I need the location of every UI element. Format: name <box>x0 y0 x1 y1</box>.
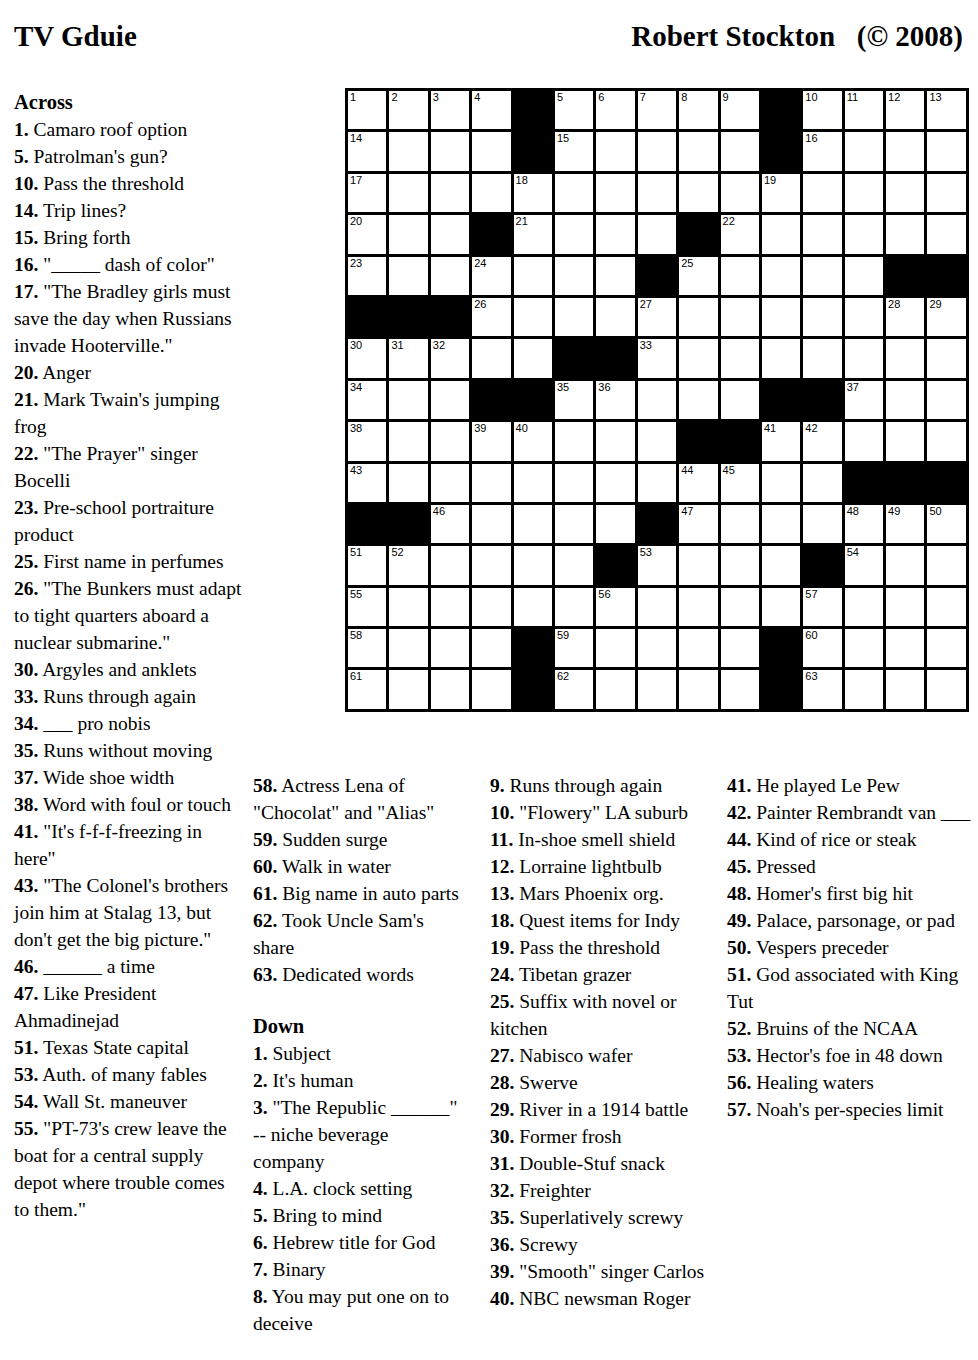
clue-across-43: 43. "The Colonel's brothers join him at … <box>14 872 244 953</box>
cell-number: 52 <box>391 546 403 559</box>
cell-r13c15[interactable] <box>927 588 965 626</box>
cell-r4c8[interactable] <box>638 215 676 253</box>
cell-r8c7[interactable]: 36 <box>596 381 634 419</box>
cell-number: 7 <box>640 91 646 104</box>
clue-across-17: 17. "The Bradley girls must save the day… <box>14 278 244 359</box>
cell-r13c2[interactable] <box>389 588 427 626</box>
cell-r15c4[interactable] <box>472 670 510 708</box>
cell-r12c1[interactable]: 51 <box>348 546 386 584</box>
cell-r6c7[interactable] <box>596 298 634 336</box>
cell-r5c12[interactable] <box>803 257 841 295</box>
clue-number: 51. <box>14 1037 38 1058</box>
clue-number: 61. <box>253 883 277 904</box>
down-clues-41-57: 41. He played Le Pew42. Painter Rembrand… <box>727 772 977 1123</box>
cell-r7c11[interactable] <box>762 339 800 377</box>
cell-r15c9[interactable] <box>679 670 717 708</box>
cell-r11c12[interactable] <box>803 505 841 543</box>
cell-r13c10[interactable] <box>721 588 759 626</box>
cell-r5c4[interactable]: 24 <box>472 257 510 295</box>
cell-r7c12[interactable] <box>803 339 841 377</box>
cell-r14c2[interactable] <box>389 629 427 667</box>
cell-r12c2[interactable]: 52 <box>389 546 427 584</box>
cell-r14c12[interactable]: 60 <box>803 629 841 667</box>
clue-across-38: 38. Word with foul or touch <box>14 791 244 818</box>
cell-r6c5[interactable] <box>514 298 552 336</box>
cell-r3c1[interactable]: 17 <box>348 174 386 212</box>
clue-number: 35. <box>14 740 38 761</box>
cell-r14c6[interactable]: 59 <box>555 629 593 667</box>
cell-r10c12[interactable] <box>803 464 841 502</box>
clue-number: 26. <box>14 578 38 599</box>
cell-number: 27 <box>640 298 652 311</box>
clue-number: 13. <box>490 883 514 904</box>
clue-number: 51. <box>727 964 751 985</box>
cell-r12c3[interactable] <box>431 546 469 584</box>
cell-r6c8[interactable]: 27 <box>638 298 676 336</box>
cell-r14c4[interactable] <box>472 629 510 667</box>
clue-across-34: 34. ___ pro nobis <box>14 710 244 737</box>
clue-number: 16. <box>14 254 38 275</box>
clue-number: 41. <box>14 821 38 842</box>
clue-number: 39. <box>490 1261 514 1282</box>
cell-r10c4[interactable] <box>472 464 510 502</box>
cell-r1c13[interactable]: 11 <box>845 91 883 129</box>
across-heading: Across <box>14 88 244 116</box>
cell-r5c11[interactable] <box>762 257 800 295</box>
cell-r14c15[interactable] <box>927 629 965 667</box>
cell-r9c5[interactable]: 40 <box>514 422 552 460</box>
clue-number: 6. <box>253 1232 268 1253</box>
cell-r11c15[interactable]: 50 <box>927 505 965 543</box>
cell-number: 17 <box>350 174 362 187</box>
cell-r13c12[interactable]: 57 <box>803 588 841 626</box>
cell-r3c6[interactable] <box>555 174 593 212</box>
black-cell-r10c13 <box>845 464 883 502</box>
cell-r13c11[interactable] <box>762 588 800 626</box>
down-clues-1-8: 1. Subject2. It's human3. "The Republic … <box>253 1040 459 1337</box>
cell-r2c15[interactable] <box>927 132 965 170</box>
cell-r5c10[interactable] <box>721 257 759 295</box>
clue-number: 25. <box>14 551 38 572</box>
clues-column-3: 9. Runs through again10. "Flowery" LA su… <box>490 772 718 1312</box>
cell-r2c14[interactable] <box>886 132 924 170</box>
cell-r3c8[interactable] <box>638 174 676 212</box>
clue-number: 63. <box>253 964 277 985</box>
clue-number: 5. <box>14 146 29 167</box>
cell-r3c13[interactable] <box>845 174 883 212</box>
clue-number: 46. <box>14 956 38 977</box>
clue-number: 41. <box>727 775 751 796</box>
cell-r13c1[interactable]: 55 <box>348 588 386 626</box>
cell-r10c5[interactable] <box>514 464 552 502</box>
cell-r10c9[interactable]: 44 <box>679 464 717 502</box>
across-clues-58-63: 58. Actress Lena of "Chocolat" and "Alia… <box>253 772 459 988</box>
cell-r15c8[interactable] <box>638 670 676 708</box>
cell-r15c3[interactable] <box>431 670 469 708</box>
cell-r7c1[interactable]: 30 <box>348 339 386 377</box>
cell-r10c8[interactable] <box>638 464 676 502</box>
cell-r11c6[interactable] <box>555 505 593 543</box>
cell-r14c14[interactable] <box>886 629 924 667</box>
cell-r11c3[interactable]: 46 <box>431 505 469 543</box>
clue-down-28: 28. Swerve <box>490 1069 718 1096</box>
cell-r13c13[interactable] <box>845 588 883 626</box>
cell-r2c4[interactable] <box>472 132 510 170</box>
cell-r12c5[interactable] <box>514 546 552 584</box>
cell-r13c3[interactable] <box>431 588 469 626</box>
cell-r15c2[interactable] <box>389 670 427 708</box>
cell-r8c1[interactable]: 34 <box>348 381 386 419</box>
cell-r15c13[interactable] <box>845 670 883 708</box>
cell-number: 18 <box>516 174 528 187</box>
cell-number: 35 <box>557 381 569 394</box>
cell-r6c14[interactable]: 28 <box>886 298 924 336</box>
cell-r3c2[interactable] <box>389 174 427 212</box>
clue-across-35: 35. Runs without moving <box>14 737 244 764</box>
cell-r6c6[interactable] <box>555 298 593 336</box>
clue-across-54: 54. Wall St. maneuver <box>14 1088 244 1115</box>
cell-r3c4[interactable] <box>472 174 510 212</box>
clue-number: 53. <box>14 1064 38 1085</box>
cell-number: 39 <box>474 422 486 435</box>
cell-r8c8[interactable] <box>638 381 676 419</box>
cell-r2c7[interactable] <box>596 132 634 170</box>
cell-r15c7[interactable] <box>596 670 634 708</box>
clue-number: 50. <box>727 937 751 958</box>
cell-r11c11[interactable] <box>762 505 800 543</box>
cell-r10c7[interactable] <box>596 464 634 502</box>
cell-r4c7[interactable] <box>596 215 634 253</box>
cell-r1c10[interactable]: 9 <box>721 91 759 129</box>
cell-r3c12[interactable] <box>803 174 841 212</box>
cell-r9c4[interactable]: 39 <box>472 422 510 460</box>
cell-r7c3[interactable]: 32 <box>431 339 469 377</box>
clue-across-63: 63. Dedicated words <box>253 961 459 988</box>
clue-number: 56. <box>727 1072 751 1093</box>
cell-r12c9[interactable] <box>679 546 717 584</box>
cell-r11c9[interactable]: 47 <box>679 505 717 543</box>
cell-r10c6[interactable] <box>555 464 593 502</box>
cell-r5c13[interactable] <box>845 257 883 295</box>
cell-r1c8[interactable]: 7 <box>638 91 676 129</box>
cell-r5c3[interactable] <box>431 257 469 295</box>
clue-across-53: 53. Auth. of many fables <box>14 1061 244 1088</box>
cell-r2c12[interactable]: 16 <box>803 132 841 170</box>
clue-number: 31. <box>490 1153 514 1174</box>
cell-r4c5[interactable]: 21 <box>514 215 552 253</box>
cell-r1c6[interactable]: 5 <box>555 91 593 129</box>
black-cell-r8c12 <box>803 381 841 419</box>
clue-number: 45. <box>727 856 751 877</box>
black-cell-r7c6 <box>555 339 593 377</box>
cell-r7c2[interactable]: 31 <box>389 339 427 377</box>
clue-across-46: 46. ______ a time <box>14 953 244 980</box>
cell-r14c7[interactable] <box>596 629 634 667</box>
cell-r5c2[interactable] <box>389 257 427 295</box>
cell-r2c3[interactable] <box>431 132 469 170</box>
cell-r8c14[interactable] <box>886 381 924 419</box>
cell-r14c10[interactable] <box>721 629 759 667</box>
cell-r3c15[interactable] <box>927 174 965 212</box>
cell-r8c13[interactable]: 37 <box>845 381 883 419</box>
cell-r14c9[interactable] <box>679 629 717 667</box>
clue-number: 28. <box>490 1072 514 1093</box>
puzzle-title: TV Gduie <box>14 20 137 53</box>
clue-across-14: 14. Trip lines? <box>14 197 244 224</box>
cell-r4c14[interactable] <box>886 215 924 253</box>
cell-r15c14[interactable] <box>886 670 924 708</box>
cell-r13c8[interactable] <box>638 588 676 626</box>
black-cell-r5c14 <box>886 257 924 295</box>
black-cell-r11c1 <box>348 505 386 543</box>
cell-r5c7[interactable] <box>596 257 634 295</box>
cell-r10c10[interactable]: 45 <box>721 464 759 502</box>
cell-r13c4[interactable] <box>472 588 510 626</box>
cell-r10c3[interactable] <box>431 464 469 502</box>
cell-r9c2[interactable] <box>389 422 427 460</box>
clue-across-20: 20. Anger <box>14 359 244 386</box>
clue-down-1: 1. Subject <box>253 1040 459 1067</box>
cell-r4c15[interactable] <box>927 215 965 253</box>
cell-number: 61 <box>350 670 362 683</box>
crossword-grid: 1234567891011121314151617181920212223242… <box>345 88 969 712</box>
cell-r11c5[interactable] <box>514 505 552 543</box>
clue-down-42: 42. Painter Rembrandt van ___ <box>727 799 977 826</box>
clue-number: 15. <box>14 227 38 248</box>
clue-number: 40. <box>490 1288 514 1309</box>
cell-r12c4[interactable] <box>472 546 510 584</box>
cell-r4c1[interactable]: 20 <box>348 215 386 253</box>
black-cell-r10c15 <box>927 464 965 502</box>
cell-r6c9[interactable] <box>679 298 717 336</box>
clue-number: 36. <box>490 1234 514 1255</box>
cell-r7c9[interactable] <box>679 339 717 377</box>
cell-number: 8 <box>681 91 687 104</box>
cell-r11c13[interactable]: 48 <box>845 505 883 543</box>
cell-r3c14[interactable] <box>886 174 924 212</box>
clue-across-61: 61. Big name in auto parts <box>253 880 459 907</box>
cell-r4c12[interactable] <box>803 215 841 253</box>
clue-down-12: 12. Lorraine lightbulb <box>490 853 718 880</box>
cell-number: 38 <box>350 422 362 435</box>
cell-r4c2[interactable] <box>389 215 427 253</box>
clue-across-25: 25. First name in perfumes <box>14 548 244 575</box>
cell-r14c13[interactable] <box>845 629 883 667</box>
cell-r5c6[interactable] <box>555 257 593 295</box>
clue-across-1: 1. Camaro roof option <box>14 116 244 143</box>
cell-r3c3[interactable] <box>431 174 469 212</box>
clue-down-9: 9. Runs through again <box>490 772 718 799</box>
cell-r9c13[interactable] <box>845 422 883 460</box>
cell-number: 10 <box>805 91 817 104</box>
cell-r3c7[interactable] <box>596 174 634 212</box>
cell-r12c6[interactable] <box>555 546 593 584</box>
cell-r15c15[interactable] <box>927 670 965 708</box>
cell-r8c2[interactable] <box>389 381 427 419</box>
cell-r1c12[interactable]: 10 <box>803 91 841 129</box>
cell-r1c3[interactable]: 3 <box>431 91 469 129</box>
cell-r7c10[interactable] <box>721 339 759 377</box>
cell-r6c12[interactable] <box>803 298 841 336</box>
cell-r1c7[interactable]: 6 <box>596 91 634 129</box>
clue-across-51: 51. Texas State capital <box>14 1034 244 1061</box>
cell-r2c1[interactable]: 14 <box>348 132 386 170</box>
cell-r12c13[interactable]: 54 <box>845 546 883 584</box>
cell-r13c5[interactable] <box>514 588 552 626</box>
cell-r11c4[interactable] <box>472 505 510 543</box>
cell-number: 37 <box>847 381 859 394</box>
clue-number: 1. <box>14 119 29 140</box>
cell-r1c15[interactable]: 13 <box>927 91 965 129</box>
cell-r14c8[interactable] <box>638 629 676 667</box>
cell-r3c9[interactable] <box>679 174 717 212</box>
cell-r4c6[interactable] <box>555 215 593 253</box>
cell-r8c15[interactable] <box>927 381 965 419</box>
cell-r11c7[interactable] <box>596 505 634 543</box>
clue-across-21: 21. Mark Twain's jumping frog <box>14 386 244 440</box>
cell-r2c8[interactable] <box>638 132 676 170</box>
cell-r7c5[interactable] <box>514 339 552 377</box>
black-cell-r1c11 <box>762 91 800 129</box>
clue-across-58: 58. Actress Lena of "Chocolat" and "Alia… <box>253 772 459 826</box>
cell-r15c6[interactable]: 62 <box>555 670 593 708</box>
cell-r14c3[interactable] <box>431 629 469 667</box>
clue-down-48: 48. Homer's first big hit <box>727 880 977 907</box>
cell-r9c7[interactable] <box>596 422 634 460</box>
cell-r8c10[interactable] <box>721 381 759 419</box>
cell-number: 3 <box>433 91 439 104</box>
clue-number: 7. <box>253 1259 268 1280</box>
clue-down-2: 2. It's human <box>253 1067 459 1094</box>
cell-number: 13 <box>929 91 941 104</box>
cell-number: 26 <box>474 298 486 311</box>
clue-number: 21. <box>14 389 38 410</box>
cell-r6c4[interactable]: 26 <box>472 298 510 336</box>
cell-r1c14[interactable]: 12 <box>886 91 924 129</box>
cell-r4c11[interactable] <box>762 215 800 253</box>
cell-r9c1[interactable]: 38 <box>348 422 386 460</box>
cell-r3c5[interactable]: 18 <box>514 174 552 212</box>
cell-r4c3[interactable] <box>431 215 469 253</box>
clue-down-29: 29. River in a 1914 battle <box>490 1096 718 1123</box>
clue-down-3: 3. "The Republic ______" -- niche bevera… <box>253 1094 459 1175</box>
cell-r6c15[interactable]: 29 <box>927 298 965 336</box>
cell-number: 60 <box>805 629 817 642</box>
cell-number: 50 <box>929 505 941 518</box>
cell-r9c11[interactable]: 41 <box>762 422 800 460</box>
cell-r7c13[interactable] <box>845 339 883 377</box>
cell-r1c2[interactable]: 2 <box>389 91 427 129</box>
cell-number: 36 <box>598 381 610 394</box>
cell-r12c14[interactable] <box>886 546 924 584</box>
cell-r6c13[interactable] <box>845 298 883 336</box>
cell-r9c6[interactable] <box>555 422 593 460</box>
cell-r2c2[interactable] <box>389 132 427 170</box>
cell-r13c7[interactable]: 56 <box>596 588 634 626</box>
cell-r6c10[interactable] <box>721 298 759 336</box>
cell-r15c1[interactable]: 61 <box>348 670 386 708</box>
cell-r9c8[interactable] <box>638 422 676 460</box>
cell-r1c9[interactable]: 8 <box>679 91 717 129</box>
cell-r7c4[interactable] <box>472 339 510 377</box>
cell-r13c9[interactable] <box>679 588 717 626</box>
cell-r7c8[interactable]: 33 <box>638 339 676 377</box>
cell-number: 56 <box>598 588 610 601</box>
clue-down-27: 27. Nabisco wafer <box>490 1042 718 1069</box>
cell-r10c2[interactable] <box>389 464 427 502</box>
cell-r14c1[interactable]: 58 <box>348 629 386 667</box>
cell-r12c10[interactable] <box>721 546 759 584</box>
cell-r2c13[interactable] <box>845 132 883 170</box>
clue-down-49: 49. Palace, parsonage, or pad <box>727 907 977 934</box>
cell-r10c1[interactable]: 43 <box>348 464 386 502</box>
cell-r5c9[interactable]: 25 <box>679 257 717 295</box>
cell-r4c10[interactable]: 22 <box>721 215 759 253</box>
cell-r5c1[interactable]: 23 <box>348 257 386 295</box>
cell-r8c3[interactable] <box>431 381 469 419</box>
cell-r10c11[interactable] <box>762 464 800 502</box>
clue-number: 2. <box>253 1070 268 1091</box>
cell-r2c10[interactable] <box>721 132 759 170</box>
cell-r13c6[interactable] <box>555 588 593 626</box>
cell-r9c15[interactable] <box>927 422 965 460</box>
cell-r15c12[interactable]: 63 <box>803 670 841 708</box>
cell-r2c6[interactable]: 15 <box>555 132 593 170</box>
cell-number: 11 <box>847 91 858 104</box>
cell-r4c13[interactable] <box>845 215 883 253</box>
cell-r11c10[interactable] <box>721 505 759 543</box>
clue-number: 42. <box>727 802 751 823</box>
cell-r6c11[interactable] <box>762 298 800 336</box>
down-heading: Down <box>253 1012 459 1040</box>
cell-r5c5[interactable] <box>514 257 552 295</box>
cell-r3c11[interactable]: 19 <box>762 174 800 212</box>
clue-down-8: 8. You may put one on to deceive <box>253 1283 459 1337</box>
cell-number: 44 <box>681 464 693 477</box>
cell-r1c1[interactable]: 1 <box>348 91 386 129</box>
clue-down-45: 45. Pressed <box>727 853 977 880</box>
clue-number: 27. <box>490 1045 514 1066</box>
black-cell-r10c14 <box>886 464 924 502</box>
clue-number: 29. <box>490 1099 514 1120</box>
cell-r7c15[interactable] <box>927 339 965 377</box>
cell-number: 20 <box>350 215 362 228</box>
black-cell-r11c2 <box>389 505 427 543</box>
cell-r7c14[interactable] <box>886 339 924 377</box>
cell-r15c10[interactable] <box>721 670 759 708</box>
cell-r12c15[interactable] <box>927 546 965 584</box>
cell-r13c14[interactable] <box>886 588 924 626</box>
black-cell-r5c15 <box>927 257 965 295</box>
cell-r1c4[interactable]: 4 <box>472 91 510 129</box>
cell-r9c12[interactable]: 42 <box>803 422 841 460</box>
black-cell-r5c8 <box>638 257 676 295</box>
cell-number: 19 <box>764 174 776 187</box>
cell-r3c10[interactable] <box>721 174 759 212</box>
cell-r2c9[interactable] <box>679 132 717 170</box>
cell-number: 42 <box>805 422 817 435</box>
cell-r9c3[interactable] <box>431 422 469 460</box>
cell-r8c9[interactable] <box>679 381 717 419</box>
clue-down-10: 10. "Flowery" LA suburb <box>490 799 718 826</box>
cell-r12c11[interactable] <box>762 546 800 584</box>
cell-r8c6[interactable]: 35 <box>555 381 593 419</box>
cell-r12c8[interactable]: 53 <box>638 546 676 584</box>
cell-number: 57 <box>805 588 817 601</box>
cell-r11c14[interactable]: 49 <box>886 505 924 543</box>
cell-r9c14[interactable] <box>886 422 924 460</box>
cell-number: 12 <box>888 91 900 104</box>
